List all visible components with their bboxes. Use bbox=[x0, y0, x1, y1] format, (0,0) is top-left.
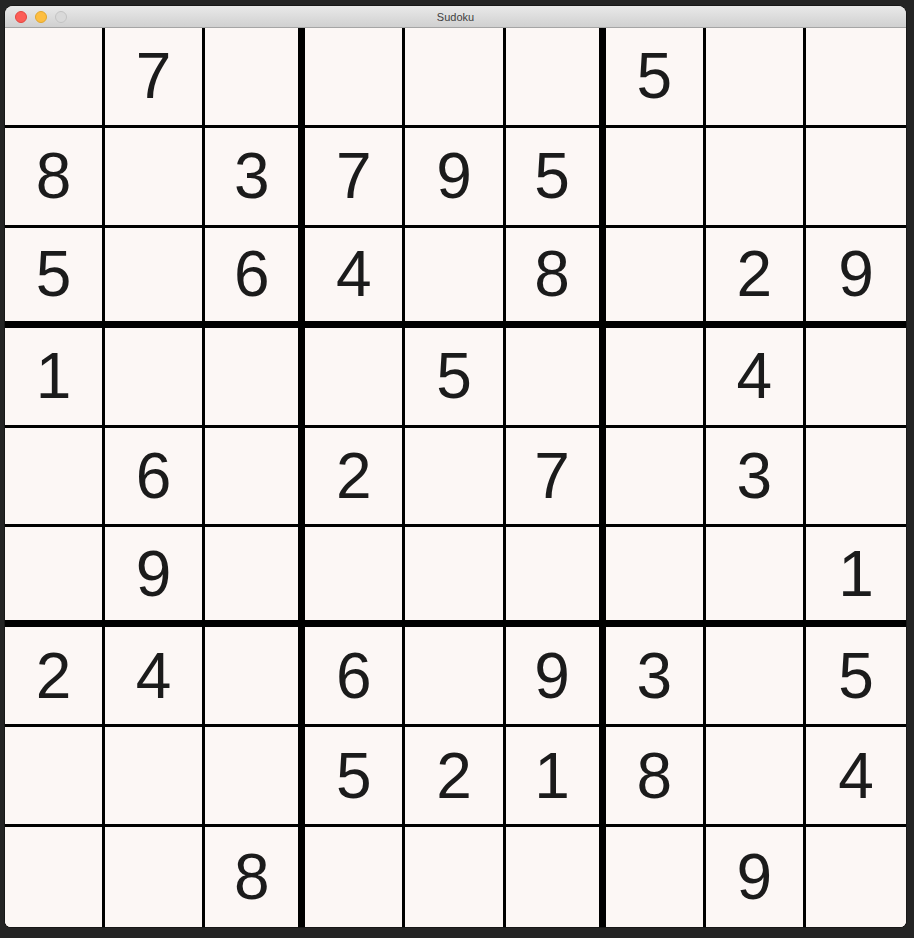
cell-r7c7[interactable]: 3 bbox=[606, 627, 706, 727]
cell-r3c6[interactable]: 8 bbox=[506, 228, 606, 328]
cell-r1c5[interactable] bbox=[405, 28, 505, 128]
cell-r9c3[interactable]: 8 bbox=[205, 827, 305, 927]
cell-r2c2[interactable] bbox=[105, 128, 205, 228]
cell-r8c7[interactable]: 8 bbox=[606, 727, 706, 827]
cell-r7c3[interactable] bbox=[205, 627, 305, 727]
cell-r7c5[interactable] bbox=[405, 627, 505, 727]
cell-r7c8[interactable] bbox=[706, 627, 806, 727]
cell-r9c1[interactable] bbox=[5, 827, 105, 927]
cell-r4c5[interactable]: 5 bbox=[405, 328, 505, 428]
cell-r5c7[interactable] bbox=[606, 428, 706, 528]
cell-r4c3[interactable] bbox=[205, 328, 305, 428]
cell-r8c2[interactable] bbox=[105, 727, 205, 827]
cell-r2c6[interactable]: 5 bbox=[506, 128, 606, 228]
cell-r7c9[interactable]: 5 bbox=[806, 627, 906, 727]
cell-r1c7[interactable]: 5 bbox=[606, 28, 706, 128]
cell-r3c9[interactable]: 9 bbox=[806, 228, 906, 328]
cell-r1c3[interactable] bbox=[205, 28, 305, 128]
cell-r4c4[interactable] bbox=[305, 328, 405, 428]
cell-r6c3[interactable] bbox=[205, 527, 305, 627]
cell-r6c4[interactable] bbox=[305, 527, 405, 627]
cell-r4c6[interactable] bbox=[506, 328, 606, 428]
cell-r4c9[interactable] bbox=[806, 328, 906, 428]
sudoku-board: 75837955648291546273912469355218489 bbox=[5, 28, 906, 927]
cell-r9c7[interactable] bbox=[606, 827, 706, 927]
cell-r3c5[interactable] bbox=[405, 228, 505, 328]
cell-r4c8[interactable]: 4 bbox=[706, 328, 806, 428]
cell-r3c8[interactable]: 2 bbox=[706, 228, 806, 328]
cell-r2c5[interactable]: 9 bbox=[405, 128, 505, 228]
cell-r6c9[interactable]: 1 bbox=[806, 527, 906, 627]
cell-r4c1[interactable]: 1 bbox=[5, 328, 105, 428]
cell-r8c3[interactable] bbox=[205, 727, 305, 827]
cell-r2c8[interactable] bbox=[706, 128, 806, 228]
window-titlebar[interactable]: Sudoku bbox=[5, 6, 906, 28]
cell-r7c1[interactable]: 2 bbox=[5, 627, 105, 727]
cell-r6c6[interactable] bbox=[506, 527, 606, 627]
cell-r4c2[interactable] bbox=[105, 328, 205, 428]
cell-r1c4[interactable] bbox=[305, 28, 405, 128]
cell-r8c1[interactable] bbox=[5, 727, 105, 827]
cell-r1c1[interactable] bbox=[5, 28, 105, 128]
cell-r9c9[interactable] bbox=[806, 827, 906, 927]
cell-r9c8[interactable]: 9 bbox=[706, 827, 806, 927]
cell-r1c2[interactable]: 7 bbox=[105, 28, 205, 128]
cell-r7c4[interactable]: 6 bbox=[305, 627, 405, 727]
cell-r8c9[interactable]: 4 bbox=[806, 727, 906, 827]
cell-r6c1[interactable] bbox=[5, 527, 105, 627]
cell-r5c6[interactable]: 7 bbox=[506, 428, 606, 528]
cell-r5c2[interactable]: 6 bbox=[105, 428, 205, 528]
cell-r5c4[interactable]: 2 bbox=[305, 428, 405, 528]
cell-r2c7[interactable] bbox=[606, 128, 706, 228]
cell-r1c9[interactable] bbox=[806, 28, 906, 128]
cell-r6c7[interactable] bbox=[606, 527, 706, 627]
cell-r3c1[interactable]: 5 bbox=[5, 228, 105, 328]
cell-r8c5[interactable]: 2 bbox=[405, 727, 505, 827]
cell-r8c6[interactable]: 1 bbox=[506, 727, 606, 827]
cell-r5c3[interactable] bbox=[205, 428, 305, 528]
cell-r2c9[interactable] bbox=[806, 128, 906, 228]
cell-r7c6[interactable]: 9 bbox=[506, 627, 606, 727]
cell-r9c2[interactable] bbox=[105, 827, 205, 927]
cell-r3c3[interactable]: 6 bbox=[205, 228, 305, 328]
cell-r5c9[interactable] bbox=[806, 428, 906, 528]
cell-r2c3[interactable]: 3 bbox=[205, 128, 305, 228]
cell-r5c1[interactable] bbox=[5, 428, 105, 528]
cell-r3c4[interactable]: 4 bbox=[305, 228, 405, 328]
cell-r2c4[interactable]: 7 bbox=[305, 128, 405, 228]
cell-r6c5[interactable] bbox=[405, 527, 505, 627]
sudoku-window: Sudoku 758379556482915462739124693552184… bbox=[5, 6, 906, 927]
cell-r9c6[interactable] bbox=[506, 827, 606, 927]
cell-r3c7[interactable] bbox=[606, 228, 706, 328]
window-title: Sudoku bbox=[5, 6, 906, 27]
cell-r5c5[interactable] bbox=[405, 428, 505, 528]
cell-r4c7[interactable] bbox=[606, 328, 706, 428]
cell-r9c4[interactable] bbox=[305, 827, 405, 927]
cell-r2c1[interactable]: 8 bbox=[5, 128, 105, 228]
cell-r3c2[interactable] bbox=[105, 228, 205, 328]
cell-r1c8[interactable] bbox=[706, 28, 806, 128]
desktop-background: { "game": "sudoku", "window": { "title":… bbox=[0, 0, 914, 938]
cell-r5c8[interactable]: 3 bbox=[706, 428, 806, 528]
cell-r9c5[interactable] bbox=[405, 827, 505, 927]
cell-r7c2[interactable]: 4 bbox=[105, 627, 205, 727]
cell-r6c2[interactable]: 9 bbox=[105, 527, 205, 627]
cell-r1c6[interactable] bbox=[506, 28, 606, 128]
cell-r6c8[interactable] bbox=[706, 527, 806, 627]
cell-r8c4[interactable]: 5 bbox=[305, 727, 405, 827]
cell-r8c8[interactable] bbox=[706, 727, 806, 827]
